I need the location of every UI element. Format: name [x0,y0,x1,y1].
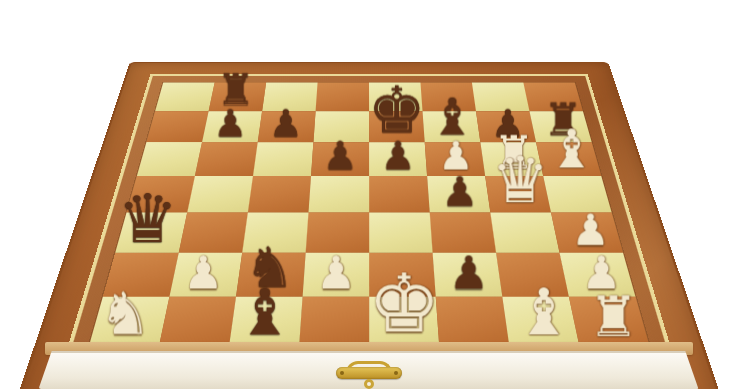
clasp-plate [336,367,402,379]
square-d3[interactable]: ♟ [302,253,369,297]
square-d6[interactable]: ♟ [310,142,368,176]
white-queen-g5[interactable]: ♛ [491,148,548,212]
box-side-panel [39,351,699,389]
square-b3[interactable]: ♟ [169,253,242,297]
square-f5[interactable]: ♟ [427,176,490,213]
square-g4[interactable] [490,213,559,253]
white-king-e2[interactable]: ♚ [367,263,439,344]
square-h2[interactable]: ♜ [568,297,648,346]
square-c2[interactable]: ♝ [228,297,301,346]
black-pawn-f5[interactable]: ♟ [441,171,478,212]
square-d5[interactable] [308,176,369,213]
square-b5[interactable] [187,176,253,213]
square-c6[interactable] [252,142,312,176]
square-a6[interactable] [136,142,201,176]
square-c5[interactable] [247,176,310,213]
white-pawn-b3[interactable]: ♟ [182,250,222,295]
white-knight-a2[interactable]: ♞ [98,285,151,344]
square-g5[interactable]: ♛ [485,176,551,213]
square-f2[interactable] [435,297,508,346]
square-a8[interactable] [155,83,215,112]
black-pawn-e6[interactable]: ♟ [380,136,415,175]
square-a7[interactable] [146,111,208,142]
black-pawn-f3[interactable]: ♟ [448,250,488,295]
clasp-ring [364,379,374,389]
square-c7[interactable]: ♟ [257,111,315,142]
square-e6[interactable]: ♟ [369,142,427,176]
square-a2[interactable]: ♞ [88,297,168,346]
square-b6[interactable] [194,142,257,176]
square-d8[interactable] [315,83,368,112]
square-f3[interactable]: ♟ [432,253,502,297]
white-pawn-d3[interactable]: ♟ [315,250,355,295]
black-pawn-c7[interactable]: ♟ [268,104,302,142]
white-pawn-h4[interactable]: ♟ [571,209,610,252]
clasp-screw-right [394,371,398,375]
square-a4[interactable]: ♛ [115,213,187,253]
square-e4[interactable] [369,213,432,253]
black-queen-a4[interactable]: ♛ [117,185,177,252]
square-e2[interactable]: ♚ [369,297,439,346]
white-bishop-g2[interactable]: ♝ [514,280,572,344]
white-bishop-h6[interactable]: ♝ [547,122,595,175]
clasp-screw-left [340,371,344,375]
square-b2[interactable] [158,297,235,346]
chess-board: ♜♟♟♚♝♟♜♟♟♟♜♝♟♛♛♟♟♞♟♟♟♞♝♚♝♜ [0,62,736,389]
black-bishop-c2[interactable]: ♝ [235,280,293,344]
chess-set-photo: ♜♟♟♚♝♟♜♟♟♟♜♝♟♛♛♟♟♞♟♟♟♞♝♚♝♜ [0,0,737,389]
square-b7[interactable]: ♟ [202,111,262,142]
square-g2[interactable]: ♝ [502,297,579,346]
square-d2[interactable] [298,297,368,346]
square-e5[interactable] [369,176,430,213]
black-pawn-d6[interactable]: ♟ [322,136,357,175]
brass-clasp[interactable] [336,361,402,385]
white-rook-h2[interactable]: ♜ [588,288,638,344]
black-pawn-b7[interactable]: ♟ [213,104,247,142]
